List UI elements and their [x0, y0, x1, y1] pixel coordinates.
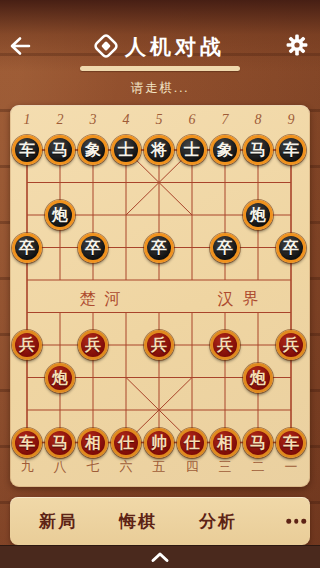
file-label: 二 [252, 458, 265, 476]
file-label: 8 [255, 112, 262, 128]
file-label: 三 [219, 458, 232, 476]
dot-icon [294, 519, 299, 524]
file-label: 3 [90, 112, 97, 128]
piece-red[interactable]: 兵 [12, 330, 42, 360]
piece-red[interactable]: 相 [210, 428, 240, 458]
piece-black[interactable]: 炮 [243, 200, 273, 230]
piece-black[interactable]: 士 [111, 135, 141, 165]
piece-red[interactable]: 相 [78, 428, 108, 458]
piece-red[interactable]: 车 [276, 428, 306, 458]
bottom-toolbar: 新局 悔棋 分析 [10, 497, 310, 545]
chevron-up-icon[interactable] [149, 551, 171, 563]
piece-red[interactable]: 兵 [78, 330, 108, 360]
settings-button[interactable] [284, 32, 310, 58]
piece-red[interactable]: 帅 [144, 428, 174, 458]
file-label: 九 [21, 458, 34, 476]
piece-black[interactable]: 卒 [276, 233, 306, 263]
bottom-drawer-bar [0, 545, 320, 568]
file-label: 1 [24, 112, 31, 128]
file-label: 五 [153, 458, 166, 476]
piece-black[interactable]: 车 [276, 135, 306, 165]
title-underline [80, 66, 240, 71]
piece-red[interactable]: 炮 [45, 363, 75, 393]
status-text: 请走棋... [0, 80, 320, 97]
back-button[interactable] [7, 33, 33, 59]
piece-black[interactable]: 卒 [78, 233, 108, 263]
piece-black[interactable]: 将 [144, 135, 174, 165]
piece-black[interactable]: 炮 [45, 200, 75, 230]
undo-move-button[interactable]: 悔棋 [119, 510, 157, 533]
xiangqi-board[interactable]: 123456789 楚河 汉界 车马象士将士象马车炮炮卒卒卒卒卒兵兵兵兵兵炮炮车… [10, 105, 310, 487]
file-label: 八 [54, 458, 67, 476]
new-game-button[interactable]: 新局 [39, 510, 77, 533]
file-label: 四 [186, 458, 199, 476]
piece-red[interactable]: 兵 [276, 330, 306, 360]
piece-black[interactable]: 卒 [210, 233, 240, 263]
piece-black[interactable]: 卒 [12, 233, 42, 263]
file-label: 5 [156, 112, 163, 128]
back-arrow-icon [7, 33, 33, 59]
gear-icon [284, 32, 310, 58]
analyze-button[interactable]: 分析 [199, 510, 237, 533]
file-label: 2 [57, 112, 64, 128]
piece-red[interactable]: 马 [243, 428, 273, 458]
header-bar: 人机对战 [0, 0, 320, 72]
diamond-icon [93, 33, 119, 59]
piece-black[interactable]: 士 [177, 135, 207, 165]
piece-red[interactable]: 兵 [144, 330, 174, 360]
file-labels-bottom: 九八七六五四三二一 [11, 458, 308, 476]
piece-black[interactable]: 象 [210, 135, 240, 165]
file-label: 4 [123, 112, 130, 128]
piece-black[interactable]: 象 [78, 135, 108, 165]
file-labels-top: 123456789 [11, 112, 308, 128]
pieces-grid[interactable]: 车马象士将士象马车炮炮卒卒卒卒卒兵兵兵兵兵炮炮车马相仕帅仕相马车 [11, 134, 308, 459]
piece-red[interactable]: 仕 [111, 428, 141, 458]
piece-black[interactable]: 马 [243, 135, 273, 165]
file-label: 6 [189, 112, 196, 128]
dot-icon [301, 519, 306, 524]
file-label: 7 [222, 112, 229, 128]
file-label: 9 [288, 112, 295, 128]
piece-black[interactable]: 车 [12, 135, 42, 165]
file-label: 七 [87, 458, 100, 476]
piece-red[interactable]: 车 [12, 428, 42, 458]
file-label: 一 [285, 458, 298, 476]
piece-black[interactable]: 马 [45, 135, 75, 165]
piece-red[interactable]: 仕 [177, 428, 207, 458]
page-title: 人机对战 [125, 33, 225, 61]
dot-icon [286, 519, 291, 524]
more-options-button[interactable] [286, 519, 306, 524]
piece-red[interactable]: 马 [45, 428, 75, 458]
piece-red[interactable]: 兵 [210, 330, 240, 360]
file-label: 六 [120, 458, 133, 476]
piece-black[interactable]: 卒 [144, 233, 174, 263]
piece-red[interactable]: 炮 [243, 363, 273, 393]
